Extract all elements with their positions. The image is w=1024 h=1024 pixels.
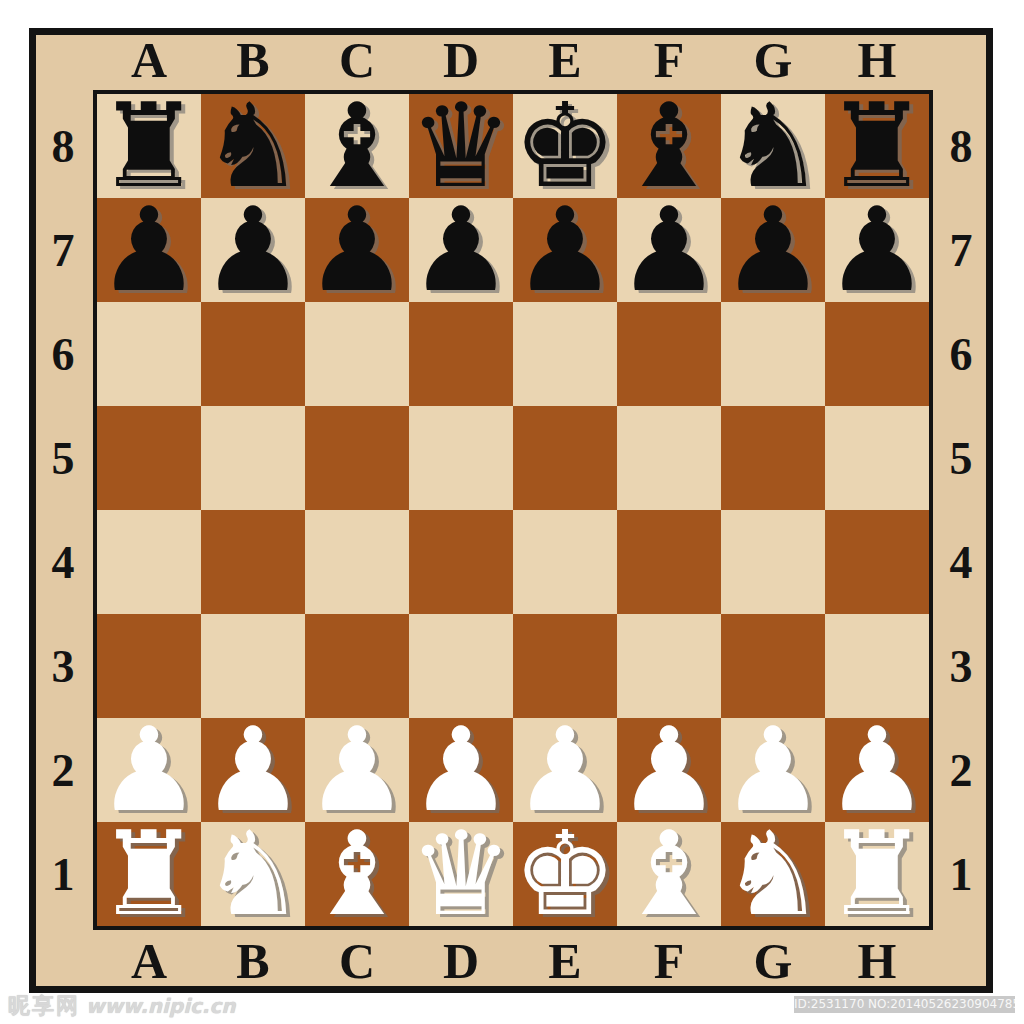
rank-label-2: 2 [934, 718, 988, 822]
square-h4[interactable] [825, 510, 929, 614]
piece-black-pawn[interactable]: ♟ [513, 198, 617, 302]
rank-label-7: 7 [36, 198, 90, 302]
rank-labels-left: 87654321 [36, 94, 90, 926]
rank-label-6: 6 [36, 302, 90, 406]
square-d1[interactable]: ♛ [409, 822, 513, 926]
piece-black-pawn[interactable]: ♟ [825, 198, 929, 302]
rank-label-7: 7 [934, 198, 988, 302]
rank-label-2: 2 [36, 718, 90, 822]
square-h5[interactable] [825, 406, 929, 510]
square-b6[interactable] [201, 302, 305, 406]
square-f4[interactable] [617, 510, 721, 614]
square-c5[interactable] [305, 406, 409, 510]
square-f1[interactable]: ♝ [617, 822, 721, 926]
square-b7[interactable]: ♟ [201, 198, 305, 302]
square-a1[interactable]: ♜ [97, 822, 201, 926]
square-g4[interactable] [721, 510, 825, 614]
square-d7[interactable]: ♟ [409, 198, 513, 302]
piece-white-bishop[interactable]: ♝ [617, 822, 721, 926]
watermark-nipic-logo: 昵享网 www.nipic.cn [8, 993, 236, 1019]
file-label-d: D [409, 935, 513, 987]
piece-white-rook[interactable]: ♜ [97, 822, 201, 926]
square-a4[interactable] [97, 510, 201, 614]
square-h6[interactable] [825, 302, 929, 406]
rank-label-5: 5 [934, 406, 988, 510]
square-b1[interactable]: ♞ [201, 822, 305, 926]
square-d6[interactable] [409, 302, 513, 406]
square-a6[interactable] [97, 302, 201, 406]
square-h7[interactable]: ♟ [825, 198, 929, 302]
square-f6[interactable] [617, 302, 721, 406]
piece-black-pawn[interactable]: ♟ [97, 198, 201, 302]
watermark-url-text: www.nipic.cn [86, 994, 236, 1018]
piece-black-pawn[interactable]: ♟ [201, 198, 305, 302]
rank-labels-right: 87654321 [934, 94, 988, 926]
file-labels-bottom: ABCDEFGH [97, 935, 929, 987]
watermark-id-bar: ID:2531170 NO:20140526230904785000 [794, 996, 1015, 1013]
rank-label-5: 5 [36, 406, 90, 510]
square-f7[interactable]: ♟ [617, 198, 721, 302]
file-label-f: F [617, 935, 721, 987]
square-c1[interactable]: ♝ [305, 822, 409, 926]
square-g1[interactable]: ♞ [721, 822, 825, 926]
rank-label-8: 8 [934, 94, 988, 198]
rank-label-4: 4 [36, 510, 90, 614]
rank-label-1: 1 [934, 822, 988, 926]
square-g5[interactable] [721, 406, 825, 510]
file-label-b: B [201, 935, 305, 987]
square-f5[interactable] [617, 406, 721, 510]
file-label-g: G [721, 935, 825, 987]
chess-board: ♜♞♝♛♚♝♞♜♟♟♟♟♟♟♟♟♟♟♟♟♟♟♟♟♜♞♝♛♚♝♞♜ [93, 90, 933, 930]
square-c6[interactable] [305, 302, 409, 406]
rank-label-3: 3 [36, 614, 90, 718]
square-h1[interactable]: ♜ [825, 822, 929, 926]
square-e6[interactable] [513, 302, 617, 406]
piece-black-pawn[interactable]: ♟ [721, 198, 825, 302]
square-b4[interactable] [201, 510, 305, 614]
rank-label-6: 6 [934, 302, 988, 406]
rank-label-3: 3 [934, 614, 988, 718]
watermark-logo-text: 昵享网 [8, 991, 80, 1021]
square-g7[interactable]: ♟ [721, 198, 825, 302]
square-e5[interactable] [513, 406, 617, 510]
square-a5[interactable] [97, 406, 201, 510]
piece-black-pawn[interactable]: ♟ [617, 198, 721, 302]
square-e4[interactable] [513, 510, 617, 614]
piece-white-queen[interactable]: ♛ [409, 822, 513, 926]
file-label-h: H [825, 935, 929, 987]
piece-black-pawn[interactable]: ♟ [409, 198, 513, 302]
square-d4[interactable] [409, 510, 513, 614]
square-c7[interactable]: ♟ [305, 198, 409, 302]
square-a7[interactable]: ♟ [97, 198, 201, 302]
square-e1[interactable]: ♚ [513, 822, 617, 926]
square-g6[interactable] [721, 302, 825, 406]
file-label-a: A [97, 935, 201, 987]
piece-white-bishop[interactable]: ♝ [305, 822, 409, 926]
square-d5[interactable] [409, 406, 513, 510]
piece-black-pawn[interactable]: ♟ [305, 198, 409, 302]
piece-white-knight[interactable]: ♞ [721, 822, 825, 926]
square-e7[interactable]: ♟ [513, 198, 617, 302]
rank-label-4: 4 [934, 510, 988, 614]
square-b5[interactable] [201, 406, 305, 510]
piece-white-rook[interactable]: ♜ [825, 822, 929, 926]
piece-white-knight[interactable]: ♞ [201, 822, 305, 926]
rank-label-8: 8 [36, 94, 90, 198]
piece-white-king[interactable]: ♚ [513, 822, 617, 926]
square-c4[interactable] [305, 510, 409, 614]
file-label-e: E [513, 935, 617, 987]
file-label-c: C [305, 935, 409, 987]
rank-label-1: 1 [36, 822, 90, 926]
